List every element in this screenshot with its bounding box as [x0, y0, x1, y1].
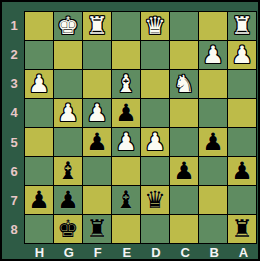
square-c1[interactable] — [170, 12, 198, 40]
file-label-a: A — [229, 244, 258, 261]
square-g1[interactable]: ♚ — [54, 12, 82, 40]
square-b5[interactable]: ♟ — [199, 128, 227, 156]
square-e5[interactable]: ♟ — [112, 128, 140, 156]
rank-label-2: 2 — [4, 40, 24, 69]
square-g7[interactable]: ♟ — [54, 186, 82, 214]
black-pawn-piece[interactable]: ♟ — [83, 128, 111, 156]
square-b7[interactable] — [199, 186, 227, 214]
square-b3[interactable] — [199, 70, 227, 98]
black-bishop-piece[interactable]: ♝ — [54, 157, 82, 185]
white-pawn-piece[interactable]: ♟ — [199, 41, 227, 69]
square-h5[interactable] — [25, 128, 53, 156]
chessboard-frame: 12345678 ♚♜♛♜♟♟♟♝♞♟♟♟♟♟♟♟♝♟♟♟♟♝♛♚♜♜ HGFE… — [0, 0, 260, 261]
square-g2[interactable] — [54, 41, 82, 69]
square-a3[interactable] — [228, 70, 256, 98]
file-label-e: E — [112, 244, 141, 261]
square-b4[interactable] — [199, 99, 227, 127]
square-b8[interactable] — [199, 215, 227, 243]
white-pawn-piece[interactable]: ♟ — [228, 41, 256, 69]
rank-label-3: 3 — [4, 69, 24, 98]
square-f3[interactable] — [83, 70, 111, 98]
square-h7[interactable]: ♟ — [25, 186, 53, 214]
file-label-h: H — [25, 244, 54, 261]
square-b1[interactable] — [199, 12, 227, 40]
square-e7[interactable]: ♝ — [112, 186, 140, 214]
square-h1[interactable] — [25, 12, 53, 40]
square-d1[interactable]: ♛ — [141, 12, 169, 40]
square-h3[interactable]: ♟ — [25, 70, 53, 98]
square-g3[interactable] — [54, 70, 82, 98]
square-c7[interactable] — [170, 186, 198, 214]
file-label-g: G — [54, 244, 83, 261]
white-pawn-piece[interactable]: ♟ — [54, 99, 82, 127]
white-knight-piece[interactable]: ♞ — [170, 70, 198, 98]
square-a1[interactable]: ♜ — [228, 12, 256, 40]
black-pawn-piece[interactable]: ♟ — [112, 99, 140, 127]
black-pawn-piece[interactable]: ♟ — [228, 157, 256, 185]
square-d7[interactable]: ♛ — [141, 186, 169, 214]
rank-label-4: 4 — [4, 98, 24, 127]
square-e3[interactable]: ♝ — [112, 70, 140, 98]
file-label-d: D — [142, 244, 171, 261]
square-f5[interactable]: ♟ — [83, 128, 111, 156]
square-e1[interactable] — [112, 12, 140, 40]
white-pawn-piece[interactable]: ♟ — [112, 128, 140, 156]
black-pawn-piece[interactable]: ♟ — [199, 128, 227, 156]
white-bishop-piece[interactable]: ♝ — [112, 70, 140, 98]
square-b6[interactable] — [199, 157, 227, 185]
square-d5[interactable]: ♟ — [141, 128, 169, 156]
board[interactable]: ♚♜♛♜♟♟♟♝♞♟♟♟♟♟♟♟♝♟♟♟♟♝♛♚♜♜ — [24, 11, 257, 244]
file-label-c: C — [171, 244, 200, 261]
black-pawn-piece[interactable]: ♟ — [54, 186, 82, 214]
black-rook-piece[interactable]: ♜ — [83, 215, 111, 243]
square-f8[interactable]: ♜ — [83, 215, 111, 243]
square-h6[interactable] — [25, 157, 53, 185]
square-g4[interactable]: ♟ — [54, 99, 82, 127]
square-d3[interactable] — [141, 70, 169, 98]
square-f4[interactable]: ♟ — [83, 99, 111, 127]
square-d4[interactable] — [141, 99, 169, 127]
square-d6[interactable] — [141, 157, 169, 185]
square-a2[interactable]: ♟ — [228, 41, 256, 69]
square-b2[interactable]: ♟ — [199, 41, 227, 69]
rank-label-5: 5 — [4, 128, 24, 157]
black-pawn-piece[interactable]: ♟ — [25, 186, 53, 214]
rank-labels: 12345678 — [4, 11, 24, 261]
square-g8[interactable]: ♚ — [54, 215, 82, 243]
square-e8[interactable] — [112, 215, 140, 243]
square-f1[interactable]: ♜ — [83, 12, 111, 40]
file-label-b: B — [200, 244, 229, 261]
black-king-piece[interactable]: ♚ — [54, 215, 82, 243]
square-h4[interactable] — [25, 99, 53, 127]
file-labels: HGFEDCBA — [25, 244, 258, 261]
square-a7[interactable] — [228, 186, 256, 214]
square-a5[interactable] — [228, 128, 256, 156]
file-label-f: F — [83, 244, 112, 261]
white-rook-piece[interactable]: ♜ — [83, 12, 111, 40]
square-e6[interactable] — [112, 157, 140, 185]
square-e4[interactable]: ♟ — [112, 99, 140, 127]
square-e2[interactable] — [112, 41, 140, 69]
square-d8[interactable] — [141, 215, 169, 243]
square-h2[interactable] — [25, 41, 53, 69]
square-f7[interactable] — [83, 186, 111, 214]
white-pawn-piece[interactable]: ♟ — [141, 128, 169, 156]
board-column: ♚♜♛♜♟♟♟♝♞♟♟♟♟♟♟♟♝♟♟♟♟♝♛♚♜♜ HGFEDCBA — [24, 11, 258, 261]
white-king-piece[interactable]: ♚ — [54, 12, 82, 40]
square-g5[interactable] — [54, 128, 82, 156]
black-queen-piece[interactable]: ♛ — [141, 186, 169, 214]
rank-label-1: 1 — [4, 11, 24, 40]
square-c2[interactable] — [170, 41, 198, 69]
square-c8[interactable] — [170, 215, 198, 243]
square-f6[interactable] — [83, 157, 111, 185]
square-a4[interactable] — [228, 99, 256, 127]
black-bishop-piece[interactable]: ♝ — [112, 186, 140, 214]
square-a6[interactable]: ♟ — [228, 157, 256, 185]
rank-label-7: 7 — [4, 186, 24, 215]
white-queen-piece[interactable]: ♛ — [141, 12, 169, 40]
square-a8[interactable]: ♜ — [228, 215, 256, 243]
square-c4[interactable] — [170, 99, 198, 127]
black-pawn-piece[interactable]: ♟ — [170, 157, 198, 185]
white-pawn-piece[interactable]: ♟ — [83, 99, 111, 127]
white-pawn-piece[interactable]: ♟ — [25, 70, 53, 98]
black-rook-piece[interactable]: ♜ — [228, 215, 256, 243]
white-rook-piece[interactable]: ♜ — [228, 12, 256, 40]
square-d2[interactable] — [141, 41, 169, 69]
square-c6[interactable]: ♟ — [170, 157, 198, 185]
square-f2[interactable] — [83, 41, 111, 69]
square-c3[interactable]: ♞ — [170, 70, 198, 98]
board-layout: 12345678 ♚♜♛♜♟♟♟♝♞♟♟♟♟♟♟♟♝♟♟♟♟♝♛♚♜♜ HGFE… — [4, 11, 258, 261]
rank-label-8: 8 — [4, 215, 24, 244]
square-h8[interactable] — [25, 215, 53, 243]
square-c5[interactable] — [170, 128, 198, 156]
square-g6[interactable]: ♝ — [54, 157, 82, 185]
rank-label-6: 6 — [4, 157, 24, 186]
